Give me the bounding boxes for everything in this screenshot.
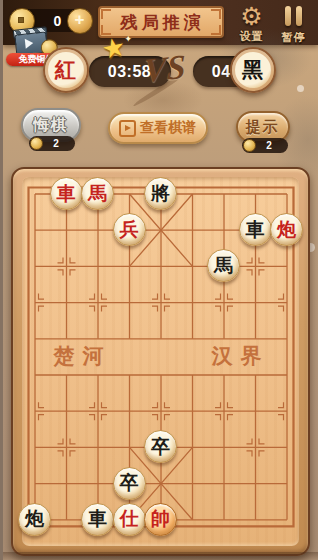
hint-count-badge: 2: [242, 138, 288, 153]
piece-red-兵[interactable]: 兵: [113, 213, 146, 246]
add-coins-button[interactable]: +: [67, 8, 93, 34]
hint-label: 提示: [246, 118, 280, 137]
view-record-label: 查看棋谱: [140, 119, 196, 137]
coin-icon: [243, 139, 256, 152]
hint-count: 2: [256, 140, 288, 151]
plaque-ornament: [211, 25, 221, 35]
piece-red-車[interactable]: 車: [50, 177, 83, 210]
play-record-icon: [119, 120, 136, 137]
piece-char: 馬: [214, 253, 233, 279]
piece-black-將[interactable]: 將: [144, 177, 177, 210]
piece-char: 馬: [88, 181, 107, 207]
piece-char: 卒: [151, 434, 170, 460]
plaque-ornament: [211, 9, 221, 19]
pause-label: 暂停: [275, 30, 313, 45]
piece-char: 卒: [120, 470, 139, 496]
black-side-label: 黑: [242, 56, 263, 84]
piece-red-炮[interactable]: 炮: [270, 213, 303, 246]
piece-char: 炮: [277, 217, 296, 243]
piece-char: 車: [246, 217, 265, 243]
undo-count-badge: 2: [29, 136, 75, 151]
piece-char: 仕: [120, 506, 139, 532]
piece-black-炮[interactable]: 炮: [18, 503, 51, 536]
vs-label: VS: [144, 48, 185, 91]
undo-label: 悔棋: [34, 115, 68, 136]
red-side-label: 紅: [55, 56, 76, 84]
bubble-decor: [297, 85, 304, 92]
settings-label: 设置: [233, 29, 271, 44]
piece-red-帥[interactable]: 帥: [144, 503, 177, 536]
piece-black-卒[interactable]: 卒: [113, 467, 146, 500]
pause-button[interactable]: 暂停: [275, 3, 313, 45]
video-ad-icon: [13, 26, 50, 55]
red-side-piece: 紅: [43, 47, 89, 93]
river-label-left: 楚河: [54, 342, 112, 370]
page-title: 残局推演: [117, 11, 205, 34]
piece-black-車[interactable]: 車: [239, 213, 272, 246]
piece-black-車[interactable]: 車: [81, 503, 114, 536]
piece-red-馬[interactable]: 馬: [81, 177, 114, 210]
sparkle-icon: ✦: [125, 34, 133, 44]
piece-char: 車: [88, 506, 107, 532]
piece-char: 車: [57, 181, 76, 207]
piece-red-仕[interactable]: 仕: [113, 503, 146, 536]
piece-char: 炮: [25, 506, 44, 532]
river-label-right: 汉界: [212, 342, 270, 370]
piece-char: 將: [151, 181, 170, 207]
xiangqi-app: 0 + 残局推演 ⚙ 设置 暂停 免费铜钱 03:58: [3, 0, 318, 560]
undo-count: 2: [43, 138, 75, 149]
black-side-piece: 黑: [230, 47, 276, 93]
settings-button[interactable]: ⚙ 设置: [233, 3, 271, 45]
view-record-button[interactable]: 查看棋谱: [108, 112, 208, 144]
piece-char: 兵: [120, 217, 139, 243]
plaque-ornament: [101, 9, 111, 19]
pause-icon: [285, 6, 302, 26]
piece-char: 帥: [151, 506, 170, 532]
coin-icon: [30, 137, 43, 150]
gear-icon: ⚙: [233, 3, 271, 29]
